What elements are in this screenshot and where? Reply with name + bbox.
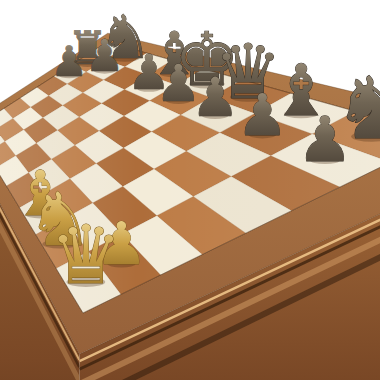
chessboard-perspective-rendering: ♞♜♟♝♟♚♟♛♟♝♟♟♞♟♝♞♟♛ xyxy=(0,0,380,380)
piece-black-pawn: ♟ xyxy=(85,30,125,81)
piece-white-queen: ♛ xyxy=(50,208,122,302)
piece-black-pawn: ♟ xyxy=(50,37,88,86)
chess-set-photo-scene: ♞♜♟♝♟♚♟♛♟♝♟♟♞♟♝♞♟♛ xyxy=(0,0,380,380)
piece-black-pawn: ♟ xyxy=(297,103,353,176)
piece-black-pawn: ♟ xyxy=(191,66,239,129)
piece-black-pawn: ♟ xyxy=(236,81,288,149)
